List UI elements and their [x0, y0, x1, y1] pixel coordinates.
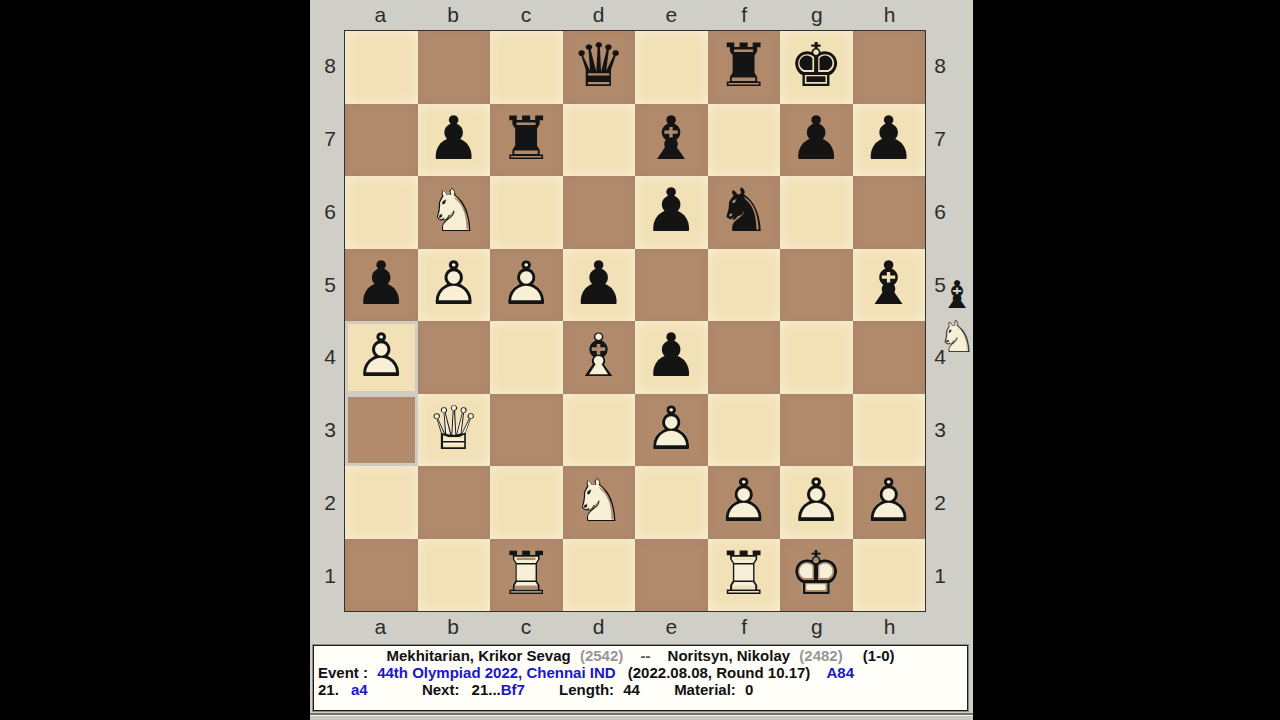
black-pawn[interactable]: ♟: [418, 104, 491, 177]
square-h8[interactable]: [853, 31, 926, 104]
file-label-f: f: [708, 2, 781, 28]
white-queen[interactable]: ♛♕: [418, 394, 491, 467]
white-bishop[interactable]: ♝♗: [563, 321, 636, 394]
rank-label-2: 2: [318, 467, 342, 540]
black-pawn[interactable]: ♟: [345, 249, 418, 322]
file-label-b: b: [417, 2, 490, 28]
square-d1[interactable]: [563, 539, 636, 612]
square-f4[interactable]: [708, 321, 781, 394]
file-labels-bottom: abcdefgh: [344, 614, 926, 640]
square-g1[interactable]: ♚♔: [780, 539, 853, 612]
event-label: Event :: [318, 664, 368, 681]
square-e5[interactable]: [635, 249, 708, 322]
white-knight[interactable]: ♞♘: [563, 466, 636, 539]
file-label-f: f: [708, 614, 781, 640]
file-label-c: c: [490, 2, 563, 28]
square-g3[interactable]: [780, 394, 853, 467]
rank-label-7: 7: [928, 103, 952, 176]
square-g2[interactable]: ♟♙: [780, 466, 853, 539]
black-rook[interactable]: ♜: [490, 104, 563, 177]
captured-white-knight: ♞♘: [940, 317, 974, 361]
file-label-h: h: [853, 614, 926, 640]
square-h3[interactable]: [853, 394, 926, 467]
black-player-name: Noritsyn, Nikolay: [668, 647, 791, 664]
black-king[interactable]: ♚: [780, 31, 853, 104]
square-f1[interactable]: ♜♖: [708, 539, 781, 612]
black-rook[interactable]: ♜: [708, 31, 781, 104]
square-d6[interactable]: [563, 176, 636, 249]
square-a2[interactable]: [345, 466, 418, 539]
rank-label-3: 3: [318, 394, 342, 467]
square-g5[interactable]: [780, 249, 853, 322]
black-player-rating: (2482): [799, 647, 842, 664]
square-e6[interactable]: ♟: [635, 176, 708, 249]
square-h6[interactable]: [853, 176, 926, 249]
white-pawn[interactable]: ♟♙: [345, 321, 418, 394]
white-rook[interactable]: ♜♖: [708, 539, 781, 612]
move-played[interactable]: a4: [351, 681, 368, 698]
square-f3[interactable]: [708, 394, 781, 467]
white-pawn[interactable]: ♟♙: [490, 249, 563, 322]
square-d4[interactable]: ♝♗: [563, 321, 636, 394]
rank-label-2: 2: [928, 467, 952, 540]
file-label-d: d: [562, 2, 635, 28]
square-a1[interactable]: [345, 539, 418, 612]
file-label-b: b: [417, 614, 490, 640]
square-f2[interactable]: ♟♙: [708, 466, 781, 539]
square-g4[interactable]: [780, 321, 853, 394]
square-h1[interactable]: [853, 539, 926, 612]
square-b3[interactable]: ♛♕: [418, 394, 491, 467]
square-d3[interactable]: [563, 394, 636, 467]
game-result: (1-0): [863, 647, 895, 664]
black-queen[interactable]: ♛: [563, 31, 636, 104]
square-g8[interactable]: ♚: [780, 31, 853, 104]
white-pawn[interactable]: ♟♙: [853, 466, 926, 539]
square-f7[interactable]: [708, 104, 781, 177]
square-b7[interactable]: ♟: [418, 104, 491, 177]
black-bishop[interactable]: ♝: [853, 249, 926, 322]
black-pawn[interactable]: ♟: [635, 176, 708, 249]
black-pawn[interactable]: ♟: [780, 104, 853, 177]
rank-label-1: 1: [928, 539, 952, 612]
square-c1[interactable]: ♜♖: [490, 539, 563, 612]
file-label-h: h: [853, 2, 926, 28]
event-date-round: (2022.08.08, Round 10.17): [628, 664, 811, 681]
next-label: Next:: [422, 681, 460, 698]
square-c5[interactable]: ♟♙: [490, 249, 563, 322]
square-c3[interactable]: [490, 394, 563, 467]
black-pawn[interactable]: ♟: [853, 104, 926, 177]
file-label-d: d: [562, 614, 635, 640]
white-pawn[interactable]: ♟♙: [635, 394, 708, 467]
move-line: 21. a4 Next: 21...Bf7 Length: 44 Materia…: [318, 681, 963, 698]
square-a8[interactable]: [345, 31, 418, 104]
black-pawn[interactable]: ♟: [635, 321, 708, 394]
board: ♛♜♚♟♜♝♟♟♞♘♟♞♟♟♙♟♙♟♝♟♙♝♗♟♛♕♟♙♞♘♟♙♟♙♟♙♜♖♜♖…: [344, 30, 926, 612]
square-a4[interactable]: ♟♙: [345, 321, 418, 394]
file-label-e: e: [635, 614, 708, 640]
file-label-e: e: [635, 2, 708, 28]
square-e4[interactable]: ♟: [635, 321, 708, 394]
game-info-panel: Mekhitarian, Krikor Sevag (2542) -- Nori…: [313, 645, 968, 711]
next-move[interactable]: Bf7: [501, 681, 525, 698]
file-labels-top: abcdefgh: [344, 2, 926, 28]
square-e8[interactable]: [635, 31, 708, 104]
event-line: Event : 44th Olympiad 2022, Chennai IND …: [318, 664, 963, 681]
square-f8[interactable]: ♜: [708, 31, 781, 104]
rank-label-7: 7: [318, 103, 342, 176]
material-label: Material:: [674, 681, 736, 698]
rank-label-6: 6: [318, 176, 342, 249]
length-label: Length:: [559, 681, 614, 698]
square-a6[interactable]: [345, 176, 418, 249]
square-e3[interactable]: ♟♙: [635, 394, 708, 467]
file-label-a: a: [344, 614, 417, 640]
file-label-a: a: [344, 2, 417, 28]
square-e1[interactable]: [635, 539, 708, 612]
square-b5[interactable]: ♟♙: [418, 249, 491, 322]
next-move-prefix: 21...: [472, 681, 501, 698]
white-pawn[interactable]: ♟♙: [418, 249, 491, 322]
move-number: 21.: [318, 681, 339, 698]
white-pawn[interactable]: ♟♙: [780, 466, 853, 539]
file-label-g: g: [781, 2, 854, 28]
square-g7[interactable]: ♟: [780, 104, 853, 177]
square-e7[interactable]: ♝: [635, 104, 708, 177]
players-separator: --: [640, 647, 650, 664]
square-b2[interactable]: [418, 466, 491, 539]
rank-label-1: 1: [318, 539, 342, 612]
square-h7[interactable]: ♟: [853, 104, 926, 177]
rank-label-6: 6: [928, 176, 952, 249]
square-f6[interactable]: ♞: [708, 176, 781, 249]
square-a3[interactable]: [345, 394, 418, 467]
white-pawn[interactable]: ♟♙: [708, 466, 781, 539]
square-e2[interactable]: [635, 466, 708, 539]
rank-label-5: 5: [318, 248, 342, 321]
square-c6[interactable]: [490, 176, 563, 249]
square-d8[interactable]: ♛: [563, 31, 636, 104]
square-f5[interactable]: [708, 249, 781, 322]
square-d2[interactable]: ♞♘: [563, 466, 636, 539]
players-line: Mekhitarian, Krikor Sevag (2542) -- Nori…: [318, 647, 963, 664]
rank-label-8: 8: [928, 30, 952, 103]
square-d5[interactable]: ♟: [563, 249, 636, 322]
square-b4[interactable]: [418, 321, 491, 394]
white-player-name: Mekhitarian, Krikor Sevag: [386, 647, 570, 664]
eco-code[interactable]: A84: [827, 664, 855, 681]
black-bishop[interactable]: ♝: [635, 104, 708, 177]
square-b1[interactable]: [418, 539, 491, 612]
white-king[interactable]: ♚♔: [780, 539, 853, 612]
square-b6[interactable]: ♞♘: [418, 176, 491, 249]
rank-label-8: 8: [318, 30, 342, 103]
material-value: 0: [745, 681, 753, 698]
white-rook[interactable]: ♜♖: [490, 539, 563, 612]
square-h5[interactable]: ♝: [853, 249, 926, 322]
square-h4[interactable]: [853, 321, 926, 394]
square-d7[interactable]: [563, 104, 636, 177]
file-label-c: c: [490, 614, 563, 640]
bottom-divider-bar: [310, 715, 973, 720]
white-player-rating: (2542): [580, 647, 623, 664]
square-a7[interactable]: [345, 104, 418, 177]
square-c2[interactable]: [490, 466, 563, 539]
length-value: 44: [623, 681, 640, 698]
event-name[interactable]: 44th Olympiad 2022, Chennai IND: [377, 664, 615, 681]
black-pawn[interactable]: ♟: [563, 249, 636, 322]
rank-labels-left: 87654321: [318, 30, 342, 612]
square-c8[interactable]: [490, 31, 563, 104]
chess-viewer-panel: abcdefgh abcdefgh 87654321 87654321 ♛♜♚♟…: [310, 0, 973, 720]
rank-label-3: 3: [928, 394, 952, 467]
rank-label-4: 4: [318, 321, 342, 394]
square-b8[interactable]: [418, 31, 491, 104]
white-knight[interactable]: ♞♘: [418, 176, 491, 249]
captured-pieces-tray: ♝♞♘: [940, 276, 974, 361]
square-a5[interactable]: ♟: [345, 249, 418, 322]
square-c7[interactable]: ♜: [490, 104, 563, 177]
square-c4[interactable]: [490, 321, 563, 394]
square-h2[interactable]: ♟♙: [853, 466, 926, 539]
file-label-g: g: [781, 614, 854, 640]
black-knight[interactable]: ♞: [708, 176, 781, 249]
square-g6[interactable]: [780, 176, 853, 249]
